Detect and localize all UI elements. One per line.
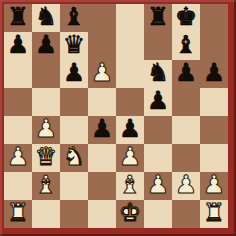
- square-f2[interactable]: ♟: [144, 172, 172, 200]
- square-e8[interactable]: [116, 4, 144, 32]
- square-g7[interactable]: ♝: [172, 32, 200, 60]
- square-d7[interactable]: [88, 32, 116, 60]
- square-g1[interactable]: [172, 200, 200, 228]
- square-e2[interactable]: ♝: [116, 172, 144, 200]
- black-queen[interactable]: ♛: [63, 32, 85, 59]
- black-pawn[interactable]: ♟: [119, 116, 141, 143]
- square-h8[interactable]: [200, 4, 228, 32]
- square-b2[interactable]: ♝: [32, 172, 60, 200]
- square-h6[interactable]: ♟: [200, 60, 228, 88]
- square-f7[interactable]: [144, 32, 172, 60]
- white-pawn[interactable]: ♟: [35, 116, 57, 143]
- square-b5[interactable]: [32, 88, 60, 116]
- square-d6[interactable]: ♟: [88, 60, 116, 88]
- square-h5[interactable]: [200, 88, 228, 116]
- black-rook[interactable]: ♜: [147, 4, 169, 31]
- square-a1[interactable]: ♜: [4, 200, 32, 228]
- chess-diagram: ♜♞♝♜♚♟♟♛♝♟♟♞♟♟♟♟♟♟♟♛♞♟♝♝♟♟♟♜♚♜: [0, 0, 236, 236]
- white-rook[interactable]: ♜: [7, 200, 29, 227]
- black-king[interactable]: ♚: [175, 4, 197, 31]
- square-f5[interactable]: ♟: [144, 88, 172, 116]
- black-pawn[interactable]: ♟: [147, 88, 169, 115]
- square-c6[interactable]: ♟: [60, 60, 88, 88]
- square-e4[interactable]: ♟: [116, 116, 144, 144]
- white-pawn[interactable]: ♟: [119, 144, 141, 171]
- black-pawn[interactable]: ♟: [63, 60, 85, 87]
- white-rook[interactable]: ♜: [203, 200, 225, 227]
- square-g8[interactable]: ♚: [172, 4, 200, 32]
- white-pawn[interactable]: ♟: [91, 60, 113, 87]
- square-d4[interactable]: ♟: [88, 116, 116, 144]
- square-a3[interactable]: ♟: [4, 144, 32, 172]
- square-d1[interactable]: [88, 200, 116, 228]
- square-c3[interactable]: ♞: [60, 144, 88, 172]
- black-bishop[interactable]: ♝: [63, 4, 85, 31]
- white-knight[interactable]: ♞: [63, 144, 85, 171]
- square-d5[interactable]: [88, 88, 116, 116]
- square-f6[interactable]: ♞: [144, 60, 172, 88]
- square-d3[interactable]: [88, 144, 116, 172]
- white-king[interactable]: ♚: [119, 200, 141, 227]
- square-g2[interactable]: ♟: [172, 172, 200, 200]
- square-h2[interactable]: ♟: [200, 172, 228, 200]
- square-c1[interactable]: [60, 200, 88, 228]
- square-g5[interactable]: [172, 88, 200, 116]
- square-f4[interactable]: [144, 116, 172, 144]
- square-b1[interactable]: [32, 200, 60, 228]
- square-b8[interactable]: ♞: [32, 4, 60, 32]
- square-g4[interactable]: [172, 116, 200, 144]
- square-c7[interactable]: ♛: [60, 32, 88, 60]
- square-h7[interactable]: [200, 32, 228, 60]
- chess-board[interactable]: ♜♞♝♜♚♟♟♛♝♟♟♞♟♟♟♟♟♟♟♛♞♟♝♝♟♟♟♜♚♜: [4, 4, 228, 228]
- square-h4[interactable]: [200, 116, 228, 144]
- square-a6[interactable]: [4, 60, 32, 88]
- square-f3[interactable]: [144, 144, 172, 172]
- square-a7[interactable]: ♟: [4, 32, 32, 60]
- square-b7[interactable]: ♟: [32, 32, 60, 60]
- square-h3[interactable]: [200, 144, 228, 172]
- square-d8[interactable]: [88, 4, 116, 32]
- square-g3[interactable]: [172, 144, 200, 172]
- square-c2[interactable]: [60, 172, 88, 200]
- black-knight[interactable]: ♞: [35, 4, 57, 31]
- square-b4[interactable]: ♟: [32, 116, 60, 144]
- square-e6[interactable]: [116, 60, 144, 88]
- black-pawn[interactable]: ♟: [35, 32, 57, 59]
- square-b3[interactable]: ♛: [32, 144, 60, 172]
- square-d2[interactable]: [88, 172, 116, 200]
- square-f8[interactable]: ♜: [144, 4, 172, 32]
- square-h1[interactable]: ♜: [200, 200, 228, 228]
- square-b6[interactable]: [32, 60, 60, 88]
- black-knight[interactable]: ♞: [147, 60, 169, 87]
- white-pawn[interactable]: ♟: [175, 172, 197, 199]
- white-bishop[interactable]: ♝: [35, 172, 57, 199]
- square-a8[interactable]: ♜: [4, 4, 32, 32]
- black-pawn[interactable]: ♟: [91, 116, 113, 143]
- black-rook[interactable]: ♜: [7, 4, 29, 31]
- square-c5[interactable]: [60, 88, 88, 116]
- square-f1[interactable]: [144, 200, 172, 228]
- square-a5[interactable]: [4, 88, 32, 116]
- square-e1[interactable]: ♚: [116, 200, 144, 228]
- black-pawn[interactable]: ♟: [7, 32, 29, 59]
- white-pawn[interactable]: ♟: [203, 172, 225, 199]
- square-c4[interactable]: [60, 116, 88, 144]
- square-e5[interactable]: [116, 88, 144, 116]
- white-queen[interactable]: ♛: [35, 144, 57, 171]
- square-e3[interactable]: ♟: [116, 144, 144, 172]
- black-pawn[interactable]: ♟: [203, 60, 225, 87]
- square-g6[interactable]: ♟: [172, 60, 200, 88]
- white-bishop[interactable]: ♝: [119, 172, 141, 199]
- white-pawn[interactable]: ♟: [147, 172, 169, 199]
- square-c8[interactable]: ♝: [60, 4, 88, 32]
- square-e7[interactable]: [116, 32, 144, 60]
- black-pawn[interactable]: ♟: [175, 60, 197, 87]
- white-pawn[interactable]: ♟: [7, 144, 29, 171]
- square-a2[interactable]: [4, 172, 32, 200]
- square-a4[interactable]: [4, 116, 32, 144]
- black-bishop[interactable]: ♝: [175, 32, 197, 59]
